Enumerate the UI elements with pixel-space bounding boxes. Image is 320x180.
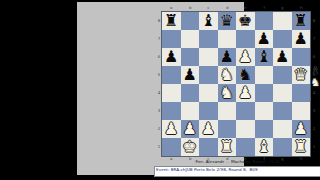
rank-label-2: 2: [158, 125, 161, 134]
piece-black-rook: ♜: [294, 13, 308, 29]
piece-white-rook: ♜: [294, 139, 308, 155]
square-b4[interactable]: [181, 84, 200, 102]
piece-white-pawn: ♟: [164, 121, 178, 137]
square-f7[interactable]: ♟: [255, 30, 274, 48]
square-g8[interactable]: [273, 12, 292, 30]
rank-label-3: 3: [158, 107, 161, 116]
square-a1[interactable]: [162, 138, 181, 156]
square-d3[interactable]: [218, 102, 237, 120]
piece-black-pawn: ♟: [183, 67, 197, 83]
rank-label-8: 8: [158, 17, 161, 26]
piece-white-rook: ♜: [220, 139, 234, 155]
square-d7[interactable]: [218, 30, 237, 48]
square-d1[interactable]: ♜: [218, 138, 237, 156]
file-label-g: g: [278, 6, 287, 9]
rank-label-1: 1: [158, 143, 161, 152]
square-e7[interactable]: [236, 30, 255, 48]
square-f8[interactable]: [255, 12, 274, 30]
square-g1[interactable]: [273, 138, 292, 156]
event-line: Event: BRA-chJUB Porto Belo 2/98, Round …: [155, 167, 320, 172]
piece-black-pawn: ♟: [164, 49, 178, 65]
square-f6[interactable]: ♝: [255, 48, 274, 66]
square-e3[interactable]: [236, 102, 255, 120]
square-a5[interactable]: [162, 66, 181, 84]
square-g5[interactable]: [273, 66, 292, 84]
piece-black-pawn: ♟: [275, 49, 289, 65]
square-d4[interactable]: ♞: [218, 84, 237, 102]
file-label-a: a: [167, 6, 176, 9]
piece-black-bishop: ♝: [257, 49, 271, 65]
square-b8[interactable]: [181, 12, 200, 30]
square-c1[interactable]: [199, 138, 218, 156]
square-f2[interactable]: [255, 120, 274, 138]
square-e5[interactable]: ♞: [236, 66, 255, 84]
square-d8[interactable]: ♛: [218, 12, 237, 30]
square-f5[interactable]: [255, 66, 274, 84]
square-a7[interactable]: [162, 30, 181, 48]
piece-black-queen: ♛: [220, 13, 234, 29]
rank-label-7: 7: [313, 35, 316, 44]
piece-white-pawn: ♟: [294, 121, 308, 137]
rank-label-3: 3: [313, 107, 316, 116]
piece-black-pawn: ♟: [257, 31, 271, 47]
square-f4[interactable]: [255, 84, 274, 102]
square-a4[interactable]: [162, 84, 181, 102]
square-c4[interactable]: [199, 84, 218, 102]
piece-white-knight: ♞: [220, 85, 234, 101]
square-e8[interactable]: ♚: [236, 12, 255, 30]
file-label-b: b: [185, 6, 194, 9]
rank-label-8: 8: [313, 17, 316, 26]
square-a3[interactable]: [162, 102, 181, 120]
chess-board[interactable]: ♜♝♛♚♜♟♟♟♟♟♝♟♟♞♞♛♞♟♟♟♟♟♚♜♝♜: [162, 12, 310, 156]
piece-black-knight: ♞: [238, 67, 252, 83]
square-e4[interactable]: ♟: [236, 84, 255, 102]
piece-black-rook: ♜: [164, 13, 178, 29]
square-b2[interactable]: ♟: [181, 120, 200, 138]
piece-black-king: ♚: [238, 13, 252, 29]
piece-black-bishop: ♝: [201, 13, 215, 29]
piece-white-queen: ♛: [294, 67, 308, 83]
square-h4[interactable]: [292, 84, 311, 102]
rank-label-5: 5: [158, 71, 161, 80]
square-h7[interactable]: ♟: [292, 30, 311, 48]
file-label-c: c: [204, 6, 213, 9]
square-c8[interactable]: ♝: [199, 12, 218, 30]
square-h8[interactable]: ♜: [292, 12, 311, 30]
square-e6[interactable]: ♟: [236, 48, 255, 66]
square-h5[interactable]: ♛: [292, 66, 311, 84]
square-a8[interactable]: ♜: [162, 12, 181, 30]
square-c6[interactable]: [199, 48, 218, 66]
square-g6[interactable]: ♟: [273, 48, 292, 66]
file-labels-top: abcdefgh: [162, 5, 310, 10]
move-status-line: 41. ... Qd8 Next: 42.Nxf6+ Length: 42 Ma…: [155, 176, 320, 177]
square-g4[interactable]: [273, 84, 292, 102]
square-c7[interactable]: [199, 30, 218, 48]
square-g2[interactable]: [273, 120, 292, 138]
square-a6[interactable]: ♟: [162, 48, 181, 66]
players-result-text: Fier, Alexandr - Machado, Rafael (1-0): [194, 160, 281, 164]
file-label-d: d: [222, 6, 231, 9]
square-d6[interactable]: ♟: [218, 48, 237, 66]
square-b5[interactable]: ♟: [181, 66, 200, 84]
square-e1[interactable]: [236, 138, 255, 156]
square-b7[interactable]: [181, 30, 200, 48]
square-h2[interactable]: ♟: [292, 120, 311, 138]
square-e2[interactable]: [236, 120, 255, 138]
piece-white-pawn: ♟: [238, 49, 252, 65]
piece-white-knight: ♞: [220, 67, 234, 83]
square-c5[interactable]: [199, 66, 218, 84]
file-label-e: e: [241, 6, 250, 9]
square-d5[interactable]: ♞: [218, 66, 237, 84]
square-b1[interactable]: ♚: [181, 138, 200, 156]
thumbnail-stage: abcdefgh abcdefgh 87654321 87654321 ♜♝♛♚…: [0, 0, 320, 180]
square-b6[interactable]: [181, 48, 200, 66]
square-h3[interactable]: [292, 102, 311, 120]
material-white-knight-icon: ♞: [311, 77, 320, 88]
rank-label-4: 4: [313, 89, 316, 98]
file-label-f: f: [259, 6, 268, 9]
square-c2[interactable]: ♟: [199, 120, 218, 138]
square-a2[interactable]: ♟: [162, 120, 181, 138]
file-label-h: h: [296, 6, 305, 9]
square-h6[interactable]: [292, 48, 311, 66]
piece-black-pawn: ♟: [294, 31, 308, 47]
game-info-box: Event: BRA-chJUB Porto Belo 2/98, Round …: [154, 166, 320, 177]
piece-white-king: ♚: [183, 139, 197, 155]
piece-white-pawn: ♟: [238, 85, 252, 101]
piece-white-pawn: ♟: [183, 121, 197, 137]
square-h1[interactable]: ♜: [292, 138, 311, 156]
material-black-bishop-icon: ♝: [311, 65, 320, 76]
material-tray: ♝ ♞: [310, 65, 320, 88]
rank-label-6: 6: [158, 53, 161, 62]
rank-label-6: 6: [313, 53, 316, 62]
piece-white-bishop: ♝: [257, 139, 271, 155]
piece-black-pawn: ♟: [220, 49, 234, 65]
square-f1[interactable]: ♝: [255, 138, 274, 156]
rank-label-2: 2: [313, 125, 316, 134]
square-f3[interactable]: [255, 102, 274, 120]
rank-label-1: 1: [313, 143, 316, 152]
piece-white-pawn: ♟: [201, 121, 215, 137]
square-d2[interactable]: [218, 120, 237, 138]
rank-label-4: 4: [158, 89, 161, 98]
chess-gui-panel: abcdefgh abcdefgh 87654321 87654321 ♜♝♛♚…: [77, 2, 244, 175]
square-b3[interactable]: [181, 102, 200, 120]
square-c3[interactable]: [199, 102, 218, 120]
square-g3[interactable]: [273, 102, 292, 120]
rank-label-7: 7: [158, 35, 161, 44]
square-g7[interactable]: [273, 30, 292, 48]
